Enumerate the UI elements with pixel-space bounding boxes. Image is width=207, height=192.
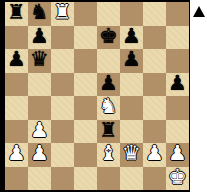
square-g6[interactable] <box>143 49 166 73</box>
white-pawn: ♟ <box>30 143 49 165</box>
white-pawn: ♟ <box>168 143 187 165</box>
square-g4[interactable] <box>143 96 166 120</box>
square-h6[interactable] <box>166 49 189 73</box>
white-knight: ♞ <box>99 96 118 118</box>
square-b6[interactable]: ♛ <box>28 49 51 73</box>
square-h8[interactable] <box>166 2 189 26</box>
square-d2[interactable] <box>74 143 97 167</box>
square-g3[interactable] <box>143 120 166 144</box>
square-b3[interactable]: ♟ <box>28 120 51 144</box>
square-f6[interactable]: ♟ <box>120 49 143 73</box>
black-king: ♚ <box>99 26 118 48</box>
square-e8[interactable] <box>97 2 120 26</box>
square-b8[interactable]: ♞ <box>28 2 51 26</box>
square-b7[interactable]: ♟ <box>28 26 51 50</box>
square-c1[interactable] <box>51 167 74 191</box>
square-f7[interactable]: ♟ <box>120 26 143 50</box>
square-c4[interactable] <box>51 96 74 120</box>
square-d5[interactable] <box>74 73 97 97</box>
square-h7[interactable] <box>166 26 189 50</box>
square-f3[interactable] <box>120 120 143 144</box>
chess-diagram: ♜♞♜♟♚♟♟♛♟♟♟♞♟♜♟♟♝♛♟♟♚ <box>0 0 207 192</box>
square-b5[interactable] <box>28 73 51 97</box>
white-pawn: ♟ <box>7 143 26 165</box>
black-pawn: ♟ <box>30 26 49 48</box>
square-b4[interactable] <box>28 96 51 120</box>
square-e2[interactable]: ♝ <box>97 143 120 167</box>
square-a8[interactable]: ♜ <box>5 2 28 26</box>
black-pawn: ♟ <box>7 49 26 71</box>
square-h5[interactable]: ♟ <box>166 73 189 97</box>
square-f4[interactable] <box>120 96 143 120</box>
black-knight: ♞ <box>30 2 49 24</box>
square-e1[interactable] <box>97 167 120 191</box>
square-g5[interactable] <box>143 73 166 97</box>
black-pawn: ♟ <box>99 73 118 95</box>
square-a4[interactable] <box>5 96 28 120</box>
square-e3[interactable]: ♜ <box>97 120 120 144</box>
square-c5[interactable] <box>51 73 74 97</box>
square-f1[interactable] <box>120 167 143 191</box>
square-a7[interactable] <box>5 26 28 50</box>
square-h3[interactable] <box>166 120 189 144</box>
board-frame: ♜♞♜♟♚♟♟♛♟♟♟♞♟♜♟♟♝♛♟♟♚ <box>0 0 190 192</box>
square-a5[interactable] <box>5 73 28 97</box>
square-a3[interactable] <box>5 120 28 144</box>
black-rook: ♜ <box>7 2 26 24</box>
square-f8[interactable] <box>120 2 143 26</box>
square-h2[interactable]: ♟ <box>166 143 189 167</box>
square-f2[interactable]: ♛ <box>120 143 143 167</box>
square-c7[interactable] <box>51 26 74 50</box>
side-margin <box>190 0 207 192</box>
square-d4[interactable] <box>74 96 97 120</box>
square-d3[interactable] <box>74 120 97 144</box>
white-pawn: ♟ <box>30 120 49 142</box>
square-c6[interactable] <box>51 49 74 73</box>
black-rook: ♜ <box>99 120 118 142</box>
square-b1[interactable] <box>28 167 51 191</box>
black-pawn: ♟ <box>122 49 141 71</box>
square-c3[interactable] <box>51 120 74 144</box>
square-d7[interactable] <box>74 26 97 50</box>
white-queen: ♛ <box>122 143 141 165</box>
white-king: ♚ <box>168 167 187 189</box>
square-f5[interactable] <box>120 73 143 97</box>
square-c2[interactable] <box>51 143 74 167</box>
square-g8[interactable] <box>143 2 166 26</box>
square-g7[interactable] <box>143 26 166 50</box>
square-a1[interactable] <box>5 167 28 191</box>
square-h4[interactable] <box>166 96 189 120</box>
square-g1[interactable] <box>143 167 166 191</box>
black-queen: ♛ <box>30 49 49 71</box>
square-e5[interactable]: ♟ <box>97 73 120 97</box>
square-e7[interactable]: ♚ <box>97 26 120 50</box>
white-pawn: ♟ <box>145 143 164 165</box>
white-rook: ♜ <box>53 2 72 24</box>
square-a2[interactable]: ♟ <box>5 143 28 167</box>
square-b2[interactable]: ♟ <box>28 143 51 167</box>
square-d8[interactable] <box>74 2 97 26</box>
black-pawn: ♟ <box>168 73 187 95</box>
white-bishop: ♝ <box>99 143 118 165</box>
square-e6[interactable] <box>97 49 120 73</box>
chess-board: ♜♞♜♟♚♟♟♛♟♟♟♞♟♜♟♟♝♛♟♟♚ <box>5 2 189 190</box>
square-g2[interactable]: ♟ <box>143 143 166 167</box>
black-to-move-triangle-icon <box>193 6 205 17</box>
square-d6[interactable] <box>74 49 97 73</box>
square-e4[interactable]: ♞ <box>97 96 120 120</box>
square-h1[interactable]: ♚ <box>166 167 189 191</box>
square-c8[interactable]: ♜ <box>51 2 74 26</box>
square-a6[interactable]: ♟ <box>5 49 28 73</box>
square-d1[interactable] <box>74 167 97 191</box>
black-pawn: ♟ <box>122 26 141 48</box>
